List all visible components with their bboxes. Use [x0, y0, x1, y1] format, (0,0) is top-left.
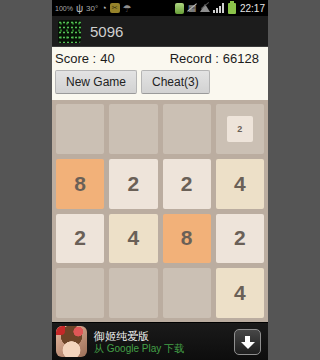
- score-value: 40: [100, 51, 114, 67]
- score-bar: Score : 40 Record : 66128: [52, 47, 268, 67]
- tile-2-r2c0: 2: [56, 214, 104, 264]
- board[interactable]: 2822424824: [52, 100, 268, 322]
- empty-cell-r0c3: 2: [216, 104, 264, 154]
- app-title: 5096: [90, 23, 123, 40]
- tile-8-r2c2: 8: [163, 214, 211, 264]
- scissors-icon: ✂: [110, 3, 120, 13]
- ad-banner[interactable]: 御姬纯爱版 从 Google Play 下载: [52, 322, 268, 360]
- status-bar-right: ▦ 22:17: [175, 3, 265, 14]
- status-bar-left: 100% ψ 30° ◔ ✂ ☂: [55, 3, 132, 14]
- phone-screen: 100% ψ 30° ◔ ✂ ☂ ▦ 22:17 5096 Score : 40…: [52, 0, 268, 360]
- download-button[interactable]: [234, 329, 261, 355]
- title-bar: 5096: [52, 16, 268, 47]
- timer-icon: ◔: [101, 3, 106, 13]
- status-bar: 100% ψ 30° ◔ ✂ ☂ ▦ 22:17: [52, 0, 268, 16]
- battery-percent-text: 100%: [55, 5, 73, 12]
- record-group: Record : 66128: [170, 51, 259, 67]
- ad-app-icon: [56, 326, 87, 357]
- nfc-off-icon: ▦: [187, 3, 197, 13]
- tile-4-r3c3: 4: [216, 268, 264, 318]
- tile-4-r2c1: 4: [109, 214, 157, 264]
- app-icon: [58, 20, 81, 43]
- battery-icon: [228, 3, 236, 14]
- umbrella-icon: ☂: [123, 3, 132, 14]
- empty-cell-r3c1: [109, 268, 157, 318]
- tile-8-r1c0: 8: [56, 159, 104, 209]
- ad-title: 御姬纯爱版: [94, 329, 184, 343]
- toolbar: New Game Cheat(3): [52, 67, 268, 94]
- record-value: 66128: [223, 51, 259, 67]
- tile-2-r1c2: 2: [163, 159, 211, 209]
- green-app-icon: [175, 3, 184, 14]
- empty-cell-r3c0: [56, 268, 104, 318]
- network-off-icon: [200, 4, 210, 12]
- empty-cell-r3c2: [163, 268, 211, 318]
- signal-bars-icon: [213, 3, 224, 13]
- ad-subtitle: 从 Google Play 下载: [94, 343, 184, 355]
- new-game-button[interactable]: New Game: [55, 70, 137, 94]
- clock-text: 22:17: [240, 3, 265, 14]
- cheat-button[interactable]: Cheat(3): [141, 70, 210, 94]
- temperature-text: 30°: [86, 4, 98, 13]
- tile-4-r1c3: 4: [216, 159, 264, 209]
- empty-cell-r0c0: [56, 104, 104, 154]
- score-group: Score : 40: [55, 51, 115, 67]
- usb-icon: ψ: [76, 3, 83, 14]
- tile-2-r2c3: 2: [216, 214, 264, 264]
- ad-text: 御姬纯爱版 从 Google Play 下载: [94, 329, 184, 355]
- score-label: Score :: [55, 51, 96, 67]
- record-label: Record :: [170, 51, 219, 67]
- new-tile-2: 2: [227, 116, 253, 142]
- empty-cell-r0c1: [109, 104, 157, 154]
- tile-2-r1c1: 2: [109, 159, 157, 209]
- empty-cell-r0c2: [163, 104, 211, 154]
